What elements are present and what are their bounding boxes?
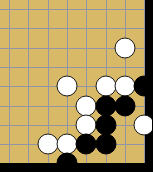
black-stone bbox=[96, 134, 117, 155]
grid-line-vertical bbox=[28, 0, 29, 163]
white-stone bbox=[57, 76, 78, 97]
black-stone bbox=[134, 76, 153, 97]
grid-line-horizontal bbox=[0, 125, 145, 126]
grid-line-horizontal bbox=[0, 67, 145, 68]
black-stone bbox=[96, 115, 117, 136]
go-board-screenshot bbox=[0, 0, 152, 171]
white-stone bbox=[76, 96, 97, 117]
black-stone bbox=[115, 96, 136, 117]
white-stone bbox=[115, 76, 136, 97]
black-stone bbox=[57, 153, 78, 172]
black-stone bbox=[96, 96, 117, 117]
white-stone bbox=[38, 134, 59, 155]
white-stone bbox=[134, 115, 153, 136]
grid-line-horizontal bbox=[0, 9, 145, 10]
white-stone bbox=[115, 38, 136, 59]
white-stone bbox=[76, 115, 97, 136]
white-stone bbox=[57, 134, 78, 155]
grid-line-horizontal bbox=[0, 28, 145, 29]
black-stone bbox=[76, 134, 97, 155]
white-stone bbox=[96, 76, 117, 97]
grid-line-vertical bbox=[9, 0, 10, 163]
